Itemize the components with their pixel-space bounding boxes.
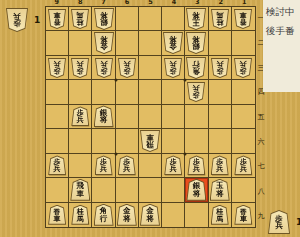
piece-歩兵-sente[interactable]: 歩兵: [164, 155, 182, 175]
piece-銀将-gote[interactable]: 銀将: [94, 8, 114, 30]
square-24[interactable]: [209, 80, 232, 104]
rank-label-6: 六: [257, 129, 265, 154]
square-79[interactable]: 角行: [92, 203, 115, 227]
square-67[interactable]: 歩兵: [116, 154, 139, 178]
square-25[interactable]: [209, 105, 232, 129]
square-21[interactable]: 桂馬: [209, 7, 232, 31]
piece-歩兵-sente[interactable]: 歩兵: [234, 155, 252, 175]
piece-歩兵-sente[interactable]: 歩兵: [71, 106, 89, 126]
rank-label-5: 五: [257, 105, 265, 130]
square-93[interactable]: 歩兵: [46, 56, 69, 80]
square-73[interactable]: 歩兵: [92, 56, 115, 80]
rank-label-9: 九: [257, 203, 265, 228]
square-32[interactable]: 銀将: [185, 31, 208, 55]
piece-歩兵-gote[interactable]: 歩兵: [71, 58, 89, 78]
square-64[interactable]: [116, 80, 139, 104]
piece-金将-sente[interactable]: 金将: [140, 204, 160, 226]
square-82[interactable]: [69, 31, 92, 55]
square-51[interactable]: [139, 7, 162, 31]
square-71[interactable]: 銀将: [92, 7, 115, 31]
piece-桂馬-sente[interactable]: 桂馬: [211, 205, 229, 225]
gote-hand-tray: 歩兵1: [6, 8, 40, 32]
piece-桂馬-sente[interactable]: 桂馬: [71, 205, 89, 225]
square-58[interactable]: [139, 178, 162, 202]
square-98[interactable]: [46, 178, 69, 202]
square-17[interactable]: 歩兵: [232, 154, 255, 178]
square-33[interactable]: 角行: [185, 56, 208, 80]
piece-金将-gote[interactable]: 金将: [163, 32, 183, 54]
square-41[interactable]: [162, 7, 185, 31]
square-84[interactable]: [69, 80, 92, 104]
square-75[interactable]: 銀将: [92, 105, 115, 129]
board-grid: 香車桂馬銀将王将桂馬香車金将金将銀将歩兵歩兵歩兵歩兵歩兵角行歩兵歩兵歩兵歩兵銀将…: [45, 6, 256, 228]
piece-香車-sente[interactable]: 香車: [234, 205, 252, 225]
square-36[interactable]: [185, 129, 208, 153]
gote-hand-count: 1: [34, 15, 40, 25]
square-62[interactable]: [116, 31, 139, 55]
piece-香車-gote[interactable]: 香車: [48, 9, 66, 29]
piece-飛車-gote[interactable]: 飛車: [140, 130, 160, 152]
star-point: [114, 79, 117, 82]
piece-歩兵-sente[interactable]: 歩兵: [211, 155, 229, 175]
square-99[interactable]: 香車: [46, 203, 69, 227]
piece-歩兵-gote[interactable]: 歩兵: [187, 82, 205, 102]
piece-歩兵-gote[interactable]: 歩兵: [95, 58, 113, 78]
rank-label-8: 八: [257, 179, 265, 204]
square-55[interactable]: [139, 105, 162, 129]
square-43[interactable]: 歩兵: [162, 56, 185, 80]
status-text: 検討中: [266, 6, 300, 19]
square-63[interactable]: 歩兵: [116, 56, 139, 80]
square-53[interactable]: [139, 56, 162, 80]
square-28[interactable]: 玉将: [209, 178, 232, 202]
square-76[interactable]: [92, 129, 115, 153]
square-12[interactable]: [232, 31, 255, 55]
piece-飛車-sente[interactable]: 飛車: [70, 179, 90, 201]
piece-銀将-sente[interactable]: 銀将: [94, 105, 114, 127]
piece-香車-sente[interactable]: 香車: [48, 205, 66, 225]
status-panel: 検討中 後手番: [263, 0, 300, 92]
piece-角行-sente[interactable]: 角行: [94, 204, 114, 226]
square-83[interactable]: 歩兵: [69, 56, 92, 80]
square-81[interactable]: 桂馬: [69, 7, 92, 31]
star-point: [184, 152, 187, 155]
square-22[interactable]: [209, 31, 232, 55]
piece-桂馬-gote[interactable]: 桂馬: [211, 9, 229, 29]
square-97[interactable]: 歩兵: [46, 154, 69, 178]
rank-label-7: 七: [257, 154, 265, 179]
square-48[interactable]: [162, 178, 185, 202]
piece-玉将-sente[interactable]: 玉将: [210, 179, 230, 201]
square-56[interactable]: 飛車: [139, 129, 162, 153]
piece-金将-sente[interactable]: 金将: [117, 204, 137, 226]
turn-indicator: 後手番: [266, 25, 300, 38]
piece-桂馬-gote[interactable]: 桂馬: [71, 9, 89, 29]
piece-歩兵-gote[interactable]: 歩兵: [48, 58, 66, 78]
piece-角行-gote[interactable]: 角行: [186, 57, 206, 79]
piece-歩兵-gote[interactable]: 歩兵: [164, 58, 182, 78]
square-59[interactable]: 金将: [139, 203, 162, 227]
sente-hand-count: 1: [296, 217, 300, 227]
square-11[interactable]: 香車: [232, 7, 255, 31]
star-point: [184, 79, 187, 82]
square-29[interactable]: 桂馬: [209, 203, 232, 227]
square-57[interactable]: [139, 154, 162, 178]
square-77[interactable]: 歩兵: [92, 154, 115, 178]
piece-歩兵-gote[interactable]: 歩兵: [234, 58, 252, 78]
square-31[interactable]: 王将: [185, 7, 208, 31]
piece-銀将-sente[interactable]: 銀将: [186, 179, 206, 201]
piece-香車-gote[interactable]: 香車: [234, 9, 252, 29]
piece-歩兵-sente[interactable]: 歩兵: [118, 155, 136, 175]
square-92[interactable]: [46, 31, 69, 55]
square-47[interactable]: 歩兵: [162, 154, 185, 178]
square-85[interactable]: 歩兵: [69, 105, 92, 129]
square-14[interactable]: [232, 80, 255, 104]
square-66[interactable]: [116, 129, 139, 153]
square-18[interactable]: [232, 178, 255, 202]
square-68[interactable]: [116, 178, 139, 202]
square-88[interactable]: 飛車: [69, 178, 92, 202]
piece-銀将-gote[interactable]: 銀将: [186, 32, 206, 54]
square-65[interactable]: [116, 105, 139, 129]
square-87[interactable]: [69, 154, 92, 178]
square-35[interactable]: [185, 105, 208, 129]
square-54[interactable]: [139, 80, 162, 104]
square-42[interactable]: 金将: [162, 31, 185, 55]
square-86[interactable]: [69, 129, 92, 153]
square-45[interactable]: [162, 105, 185, 129]
piece-歩兵-gote[interactable]: 歩兵: [6, 8, 28, 32]
sente-hand-tray: 歩兵1: [268, 210, 300, 234]
square-39[interactable]: [185, 203, 208, 227]
square-16[interactable]: [232, 129, 255, 153]
piece-王将-gote[interactable]: 王将: [186, 8, 206, 30]
square-52[interactable]: [139, 31, 162, 55]
square-96[interactable]: [46, 129, 69, 153]
square-19[interactable]: 香車: [232, 203, 255, 227]
piece-歩兵-sente[interactable]: 歩兵: [268, 210, 290, 234]
piece-歩兵-sente[interactable]: 歩兵: [95, 155, 113, 175]
piece-歩兵-sente[interactable]: 歩兵: [187, 155, 205, 175]
piece-歩兵-sente[interactable]: 歩兵: [48, 155, 66, 175]
square-61[interactable]: [116, 7, 139, 31]
square-89[interactable]: 桂馬: [69, 203, 92, 227]
square-72[interactable]: 金将: [92, 31, 115, 55]
square-74[interactable]: [92, 80, 115, 104]
square-13[interactable]: 歩兵: [232, 56, 255, 80]
square-78[interactable]: [92, 178, 115, 202]
square-37[interactable]: 歩兵: [185, 154, 208, 178]
square-95[interactable]: [46, 105, 69, 129]
square-46[interactable]: [162, 129, 185, 153]
square-15[interactable]: [232, 105, 255, 129]
square-23[interactable]: 歩兵: [209, 56, 232, 80]
square-26[interactable]: [209, 129, 232, 153]
square-27[interactable]: 歩兵: [209, 154, 232, 178]
piece-歩兵-gote[interactable]: 歩兵: [118, 58, 136, 78]
shogi-analysis-screen: 987654321 香車桂馬銀将王将桂馬香車金将金将銀将歩兵歩兵歩兵歩兵歩兵角行…: [0, 0, 300, 237]
square-38[interactable]: 銀将: [185, 178, 208, 202]
square-34[interactable]: 歩兵: [185, 80, 208, 104]
star-point: [114, 152, 117, 155]
square-94[interactable]: [46, 80, 69, 104]
square-49[interactable]: [162, 203, 185, 227]
square-91[interactable]: 香車: [46, 7, 69, 31]
piece-歩兵-gote[interactable]: 歩兵: [211, 58, 229, 78]
square-44[interactable]: [162, 80, 185, 104]
piece-金将-gote[interactable]: 金将: [94, 32, 114, 54]
square-69[interactable]: 金将: [116, 203, 139, 227]
